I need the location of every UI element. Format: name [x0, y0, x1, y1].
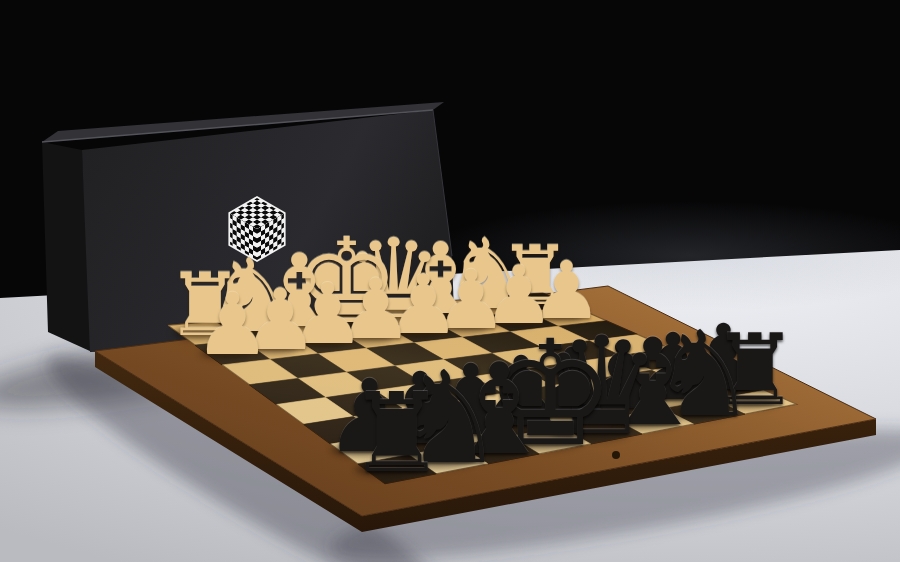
- piece-black-rook-h8[interactable]: ♜: [337, 379, 458, 489]
- scene: ♜♞♝♛♟♚♟♝♟♞♟♜♟♟♟♟♟♟♜♟♞♟♝♟♛♟♚♟♟♝♞♜: [0, 0, 900, 562]
- piece-white-pawn-h2[interactable]: ♟: [186, 282, 280, 367]
